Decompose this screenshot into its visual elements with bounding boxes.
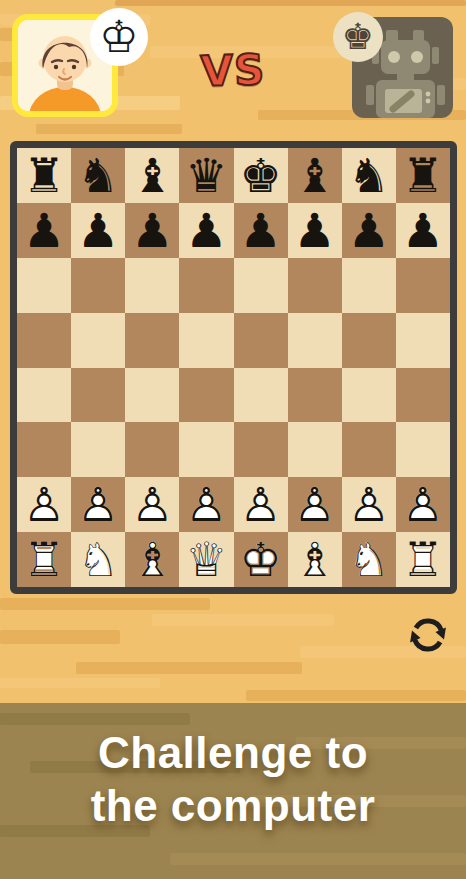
piece-outline-glyph: ♙ xyxy=(396,477,450,532)
square-b6[interactable] xyxy=(71,258,125,313)
piece-black-knight: ♞ xyxy=(71,148,125,203)
square-g3[interactable] xyxy=(342,422,396,477)
piece-white-pawn: ♟♙ xyxy=(342,477,396,532)
piece-black-king: ♚ xyxy=(234,148,288,203)
square-b3[interactable] xyxy=(71,422,125,477)
piece-white-rook: ♜♖ xyxy=(17,532,71,587)
piece-black-pawn: ♟ xyxy=(288,203,342,258)
piece-white-pawn: ♟♙ xyxy=(71,477,125,532)
square-a7[interactable]: ♟ xyxy=(17,203,71,258)
square-d5[interactable] xyxy=(179,313,233,368)
square-c7[interactable]: ♟ xyxy=(125,203,179,258)
wood-plank xyxy=(76,662,302,674)
piece-fill-glyph: ♞ xyxy=(71,148,125,203)
square-e3[interactable] xyxy=(234,422,288,477)
piece-white-queen: ♛♕ xyxy=(179,532,233,587)
piece-black-rook: ♜ xyxy=(396,148,450,203)
square-a6[interactable] xyxy=(17,258,71,313)
square-d8[interactable]: ♛ xyxy=(179,148,233,203)
square-c2[interactable]: ♟♙ xyxy=(125,477,179,532)
piece-fill-glyph: ♟ xyxy=(125,203,179,258)
square-e8[interactable]: ♚ xyxy=(234,148,288,203)
square-e6[interactable] xyxy=(234,258,288,313)
wood-plank xyxy=(152,614,334,626)
piece-white-knight: ♞♘ xyxy=(342,532,396,587)
piece-fill-glyph: ♜ xyxy=(396,148,450,203)
piece-fill-glyph: ♟ xyxy=(179,203,233,258)
piece-white-bishop: ♝♗ xyxy=(125,532,179,587)
square-g2[interactable]: ♟♙ xyxy=(342,477,396,532)
piece-black-bishop: ♝ xyxy=(288,148,342,203)
banner-line-2: the computer xyxy=(0,780,466,833)
piece-fill-glyph: ♟ xyxy=(342,203,396,258)
square-a4[interactable] xyxy=(17,368,71,423)
piece-outline-glyph: ♖ xyxy=(17,532,71,587)
piece-fill-glyph: ♟ xyxy=(396,203,450,258)
square-f4[interactable] xyxy=(288,368,342,423)
square-e7[interactable]: ♟ xyxy=(234,203,288,258)
square-g6[interactable] xyxy=(342,258,396,313)
square-b5[interactable] xyxy=(71,313,125,368)
piece-black-pawn: ♟ xyxy=(125,203,179,258)
square-c3[interactable] xyxy=(125,422,179,477)
wood-plank xyxy=(0,678,160,688)
piece-black-pawn: ♟ xyxy=(342,203,396,258)
square-g4[interactable] xyxy=(342,368,396,423)
piece-outline-glyph: ♗ xyxy=(288,532,342,587)
chess-board: ♜♞♝♛♚♝♞♜♟♟♟♟♟♟♟♟♟♙♟♙♟♙♟♙♟♙♟♙♟♙♟♙♜♖♞♘♝♗♛♕… xyxy=(10,141,457,594)
piece-outline-glyph: ♙ xyxy=(71,477,125,532)
square-g5[interactable] xyxy=(342,313,396,368)
square-h1[interactable]: ♜♖ xyxy=(396,532,450,587)
square-f8[interactable]: ♝ xyxy=(288,148,342,203)
piece-fill-glyph: ♞ xyxy=(342,148,396,203)
square-c8[interactable]: ♝ xyxy=(125,148,179,203)
restart-button[interactable] xyxy=(404,612,452,660)
piece-fill-glyph: ♟ xyxy=(234,203,288,258)
square-e2[interactable]: ♟♙ xyxy=(234,477,288,532)
piece-fill-glyph: ♝ xyxy=(125,148,179,203)
piece-black-pawn: ♟ xyxy=(396,203,450,258)
square-b1[interactable]: ♞♘ xyxy=(71,532,125,587)
square-f5[interactable] xyxy=(288,313,342,368)
square-e4[interactable] xyxy=(234,368,288,423)
square-h3[interactable] xyxy=(396,422,450,477)
piece-outline-glyph: ♙ xyxy=(288,477,342,532)
square-a8[interactable]: ♜ xyxy=(17,148,71,203)
banner-line-1: Challenge to xyxy=(0,727,466,780)
piece-black-bishop: ♝ xyxy=(125,148,179,203)
square-g8[interactable]: ♞ xyxy=(342,148,396,203)
piece-white-pawn: ♟♙ xyxy=(396,477,450,532)
piece-white-knight: ♞♘ xyxy=(71,532,125,587)
piece-white-rook: ♜♖ xyxy=(396,532,450,587)
piece-black-pawn: ♟ xyxy=(234,203,288,258)
wood-plank xyxy=(0,598,210,610)
square-h2[interactable]: ♟♙ xyxy=(396,477,450,532)
square-f3[interactable] xyxy=(288,422,342,477)
piece-black-pawn: ♟ xyxy=(179,203,233,258)
piece-black-queen: ♛ xyxy=(179,148,233,203)
piece-fill-glyph: ♛ xyxy=(179,148,233,203)
square-c6[interactable] xyxy=(125,258,179,313)
piece-outline-glyph: ♙ xyxy=(342,477,396,532)
square-f6[interactable] xyxy=(288,258,342,313)
square-d3[interactable] xyxy=(179,422,233,477)
square-f7[interactable]: ♟ xyxy=(288,203,342,258)
black-king-icon: ♚ xyxy=(342,19,374,55)
piece-white-pawn: ♟♙ xyxy=(288,477,342,532)
piece-black-rook: ♜ xyxy=(17,148,71,203)
wood-plank xyxy=(0,713,190,725)
square-a5[interactable] xyxy=(17,313,71,368)
square-h7[interactable]: ♟ xyxy=(396,203,450,258)
square-h5[interactable] xyxy=(396,313,450,368)
piece-white-pawn: ♟♙ xyxy=(17,477,71,532)
piece-fill-glyph: ♟ xyxy=(17,203,71,258)
piece-fill-glyph: ♟ xyxy=(288,203,342,258)
piece-white-pawn: ♟♙ xyxy=(125,477,179,532)
wood-plank xyxy=(246,690,466,701)
piece-black-knight: ♞ xyxy=(342,148,396,203)
piece-black-pawn: ♟ xyxy=(71,203,125,258)
app-screen: ♔ VS ♚ ♜♞♝♛♚♝♞♜♟♟♟♟♟♟♟♟♟♙♟♙♟♙♟♙♟♙♟♙♟♙♟♙♜… xyxy=(0,0,466,879)
refresh-icon xyxy=(406,613,450,657)
bottom-banner: Challenge to the computer xyxy=(0,703,466,879)
piece-outline-glyph: ♕ xyxy=(179,532,233,587)
piece-white-bishop: ♝♗ xyxy=(288,532,342,587)
square-h6[interactable] xyxy=(396,258,450,313)
square-h4[interactable] xyxy=(396,368,450,423)
piece-outline-glyph: ♗ xyxy=(125,532,179,587)
piece-fill-glyph: ♝ xyxy=(288,148,342,203)
square-f2[interactable]: ♟♙ xyxy=(288,477,342,532)
white-king-badge: ♔ xyxy=(90,8,148,66)
square-c5[interactable] xyxy=(125,313,179,368)
square-d1[interactable]: ♛♕ xyxy=(179,532,233,587)
piece-fill-glyph: ♜ xyxy=(17,148,71,203)
piece-black-pawn: ♟ xyxy=(17,203,71,258)
square-b8[interactable]: ♞ xyxy=(71,148,125,203)
square-c1[interactable]: ♝♗ xyxy=(125,532,179,587)
square-h8[interactable]: ♜ xyxy=(396,148,450,203)
banner-title: Challenge to the computer xyxy=(0,727,466,833)
square-d2[interactable]: ♟♙ xyxy=(179,477,233,532)
piece-outline-glyph: ♙ xyxy=(234,477,288,532)
piece-outline-glyph: ♙ xyxy=(179,477,233,532)
black-king-badge: ♚ xyxy=(333,12,383,62)
square-d4[interactable] xyxy=(179,368,233,423)
piece-fill-glyph: ♟ xyxy=(71,203,125,258)
square-a1[interactable]: ♜♖ xyxy=(17,532,71,587)
piece-white-king: ♚♔ xyxy=(234,532,288,587)
white-king-icon: ♔ xyxy=(99,15,138,59)
piece-outline-glyph: ♙ xyxy=(17,477,71,532)
square-d6[interactable] xyxy=(179,258,233,313)
piece-white-pawn: ♟♙ xyxy=(179,477,233,532)
piece-outline-glyph: ♔ xyxy=(234,532,288,587)
square-a3[interactable] xyxy=(17,422,71,477)
vs-label: VS xyxy=(182,44,284,96)
piece-outline-glyph: ♘ xyxy=(342,532,396,587)
square-f1[interactable]: ♝♗ xyxy=(288,532,342,587)
square-e5[interactable] xyxy=(234,313,288,368)
wood-plank xyxy=(115,0,466,6)
piece-outline-glyph: ♙ xyxy=(125,477,179,532)
wood-plank xyxy=(36,124,182,134)
square-b7[interactable]: ♟ xyxy=(71,203,125,258)
square-b2[interactable]: ♟♙ xyxy=(71,477,125,532)
square-b4[interactable] xyxy=(71,368,125,423)
square-g7[interactable]: ♟ xyxy=(342,203,396,258)
square-g1[interactable]: ♞♘ xyxy=(342,532,396,587)
piece-white-pawn: ♟♙ xyxy=(234,477,288,532)
wood-plank xyxy=(0,630,120,644)
square-c4[interactable] xyxy=(125,368,179,423)
wood-plank xyxy=(170,853,466,865)
piece-outline-glyph: ♘ xyxy=(71,532,125,587)
square-d7[interactable]: ♟ xyxy=(179,203,233,258)
piece-fill-glyph: ♚ xyxy=(234,148,288,203)
piece-outline-glyph: ♖ xyxy=(396,532,450,587)
square-a2[interactable]: ♟♙ xyxy=(17,477,71,532)
square-e1[interactable]: ♚♔ xyxy=(234,532,288,587)
